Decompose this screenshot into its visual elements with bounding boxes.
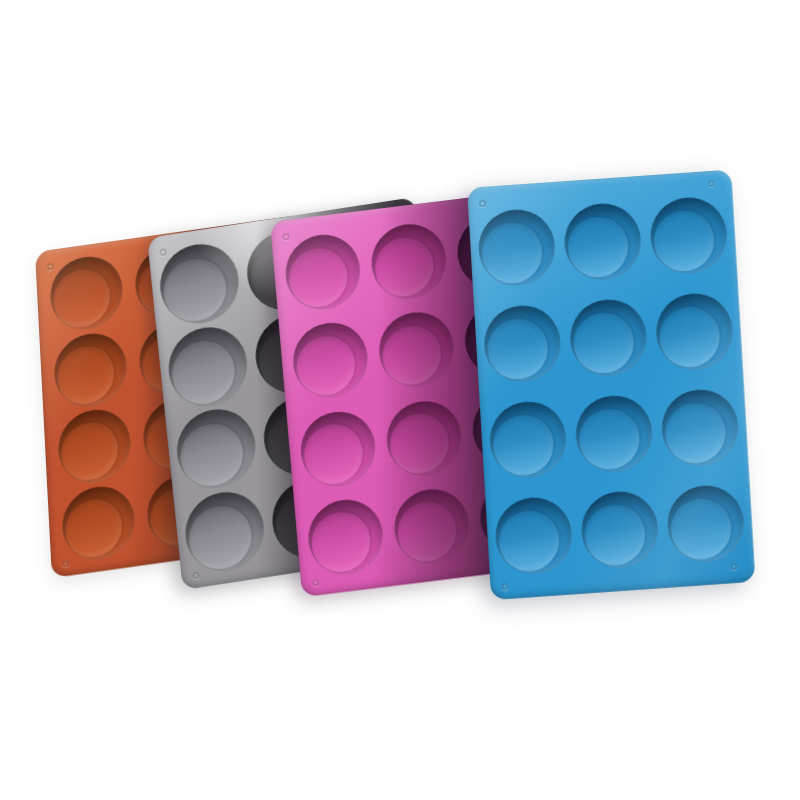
cavity bbox=[298, 407, 378, 490]
cavity bbox=[182, 487, 268, 577]
cavity bbox=[654, 291, 734, 372]
cavity bbox=[391, 485, 471, 568]
cavity bbox=[493, 495, 573, 576]
cavity bbox=[165, 322, 251, 412]
cavity bbox=[574, 393, 654, 474]
cavity bbox=[579, 489, 659, 570]
cavity bbox=[648, 195, 728, 276]
photo-canvas bbox=[0, 0, 800, 800]
cavity bbox=[305, 495, 385, 578]
cavity bbox=[174, 404, 260, 494]
cavity bbox=[660, 387, 740, 468]
cavity bbox=[376, 308, 456, 391]
cavity-grid bbox=[471, 185, 752, 587]
pin-mark-icon bbox=[501, 583, 508, 590]
cavity bbox=[482, 303, 562, 384]
cavity bbox=[665, 483, 745, 564]
cavity bbox=[290, 319, 370, 402]
cavity bbox=[384, 397, 464, 480]
cavity bbox=[562, 201, 642, 282]
cavity bbox=[283, 231, 363, 314]
blue-mold bbox=[467, 170, 755, 600]
cavity bbox=[48, 252, 124, 334]
cavity bbox=[568, 297, 648, 378]
cavity bbox=[56, 405, 132, 487]
cavity bbox=[60, 482, 136, 564]
cavity bbox=[476, 207, 556, 288]
cavity bbox=[369, 220, 449, 303]
pin-mark-icon bbox=[192, 571, 200, 579]
pin-mark-icon bbox=[62, 559, 69, 567]
pin-mark-icon bbox=[312, 579, 320, 587]
cavity bbox=[488, 399, 568, 480]
cavity bbox=[52, 329, 128, 411]
cavity bbox=[157, 239, 243, 329]
